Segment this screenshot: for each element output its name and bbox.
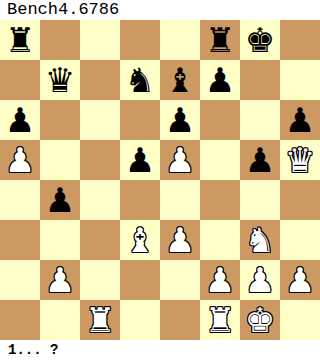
square-d3[interactable]: ♝ xyxy=(120,220,160,260)
square-h6[interactable]: ♟ xyxy=(280,100,320,140)
square-c7[interactable] xyxy=(80,60,120,100)
square-e3[interactable]: ♟ xyxy=(160,220,200,260)
square-b5[interactable] xyxy=(40,140,80,180)
square-f5[interactable] xyxy=(200,140,240,180)
square-a1[interactable] xyxy=(0,300,40,340)
square-d8[interactable] xyxy=(120,20,160,60)
square-h3[interactable] xyxy=(280,220,320,260)
square-a5[interactable]: ♟ xyxy=(0,140,40,180)
square-c1[interactable]: ♜ xyxy=(80,300,120,340)
square-f7[interactable]: ♟ xyxy=(200,60,240,100)
square-c5[interactable] xyxy=(80,140,120,180)
square-e5[interactable]: ♟ xyxy=(160,140,200,180)
square-h7[interactable] xyxy=(280,60,320,100)
square-f8[interactable]: ♜ xyxy=(200,20,240,60)
square-h2[interactable]: ♟ xyxy=(280,260,320,300)
square-c3[interactable] xyxy=(80,220,120,260)
square-b7[interactable]: ♛ xyxy=(40,60,80,100)
chess-board: ♜♜♚♛♞♝♟♟♟♟♟♟♟♟♛♟♝♟♞♟♟♟♟♜♜♚ xyxy=(0,20,320,340)
white-pawn[interactable]: ♟ xyxy=(165,220,195,260)
square-f1[interactable]: ♜ xyxy=(200,300,240,340)
white-bishop[interactable]: ♝ xyxy=(125,220,155,260)
black-pawn[interactable]: ♟ xyxy=(285,100,315,140)
square-g6[interactable] xyxy=(240,100,280,140)
square-g4[interactable] xyxy=(240,180,280,220)
square-h5[interactable]: ♛ xyxy=(280,140,320,180)
square-b2[interactable]: ♟ xyxy=(40,260,80,300)
square-b6[interactable] xyxy=(40,100,80,140)
square-d4[interactable] xyxy=(120,180,160,220)
square-b4[interactable]: ♟ xyxy=(40,180,80,220)
black-pawn[interactable]: ♟ xyxy=(45,180,75,220)
square-a7[interactable] xyxy=(0,60,40,100)
black-pawn[interactable]: ♟ xyxy=(125,140,155,180)
square-a2[interactable] xyxy=(0,260,40,300)
square-g3[interactable]: ♞ xyxy=(240,220,280,260)
white-knight[interactable]: ♞ xyxy=(245,220,275,260)
square-h4[interactable] xyxy=(280,180,320,220)
square-g8[interactable]: ♚ xyxy=(240,20,280,60)
square-c6[interactable] xyxy=(80,100,120,140)
square-g7[interactable] xyxy=(240,60,280,100)
white-pawn[interactable]: ♟ xyxy=(285,260,315,300)
square-f4[interactable] xyxy=(200,180,240,220)
square-d7[interactable]: ♞ xyxy=(120,60,160,100)
square-d2[interactable] xyxy=(120,260,160,300)
square-b1[interactable] xyxy=(40,300,80,340)
square-c2[interactable] xyxy=(80,260,120,300)
black-king[interactable]: ♚ xyxy=(245,20,275,60)
black-pawn[interactable]: ♟ xyxy=(5,100,35,140)
square-d1[interactable] xyxy=(120,300,160,340)
square-b8[interactable] xyxy=(40,20,80,60)
square-b3[interactable] xyxy=(40,220,80,260)
square-e6[interactable]: ♟ xyxy=(160,100,200,140)
black-pawn[interactable]: ♟ xyxy=(165,100,195,140)
black-bishop[interactable]: ♝ xyxy=(165,60,195,100)
square-c8[interactable] xyxy=(80,20,120,60)
white-rook[interactable]: ♜ xyxy=(85,300,115,340)
square-a3[interactable] xyxy=(0,220,40,260)
white-pawn[interactable]: ♟ xyxy=(5,140,35,180)
square-g5[interactable]: ♟ xyxy=(240,140,280,180)
square-g2[interactable]: ♟ xyxy=(240,260,280,300)
square-a4[interactable] xyxy=(0,180,40,220)
black-pawn[interactable]: ♟ xyxy=(245,140,275,180)
square-f6[interactable] xyxy=(200,100,240,140)
white-pawn[interactable]: ♟ xyxy=(205,260,235,300)
black-rook[interactable]: ♜ xyxy=(5,20,35,60)
white-pawn[interactable]: ♟ xyxy=(245,260,275,300)
black-pawn[interactable]: ♟ xyxy=(205,60,235,100)
square-d6[interactable] xyxy=(120,100,160,140)
square-d5[interactable]: ♟ xyxy=(120,140,160,180)
black-knight[interactable]: ♞ xyxy=(125,60,155,100)
white-rook[interactable]: ♜ xyxy=(205,300,235,340)
black-queen[interactable]: ♛ xyxy=(45,60,75,100)
white-pawn[interactable]: ♟ xyxy=(45,260,75,300)
white-king[interactable]: ♚ xyxy=(245,300,275,340)
square-e8[interactable] xyxy=(160,20,200,60)
square-h8[interactable] xyxy=(280,20,320,60)
square-c4[interactable] xyxy=(80,180,120,220)
white-pawn[interactable]: ♟ xyxy=(165,140,195,180)
square-a8[interactable]: ♜ xyxy=(0,20,40,60)
square-f2[interactable]: ♟ xyxy=(200,260,240,300)
move-prompt: 1... ? xyxy=(0,340,320,360)
square-a6[interactable]: ♟ xyxy=(0,100,40,140)
square-g1[interactable]: ♚ xyxy=(240,300,280,340)
square-e4[interactable] xyxy=(160,180,200,220)
square-h1[interactable] xyxy=(280,300,320,340)
white-queen[interactable]: ♛ xyxy=(285,140,315,180)
black-rook[interactable]: ♜ xyxy=(205,20,235,60)
square-e1[interactable] xyxy=(160,300,200,340)
window-title: Bench4.6786 xyxy=(0,0,320,20)
square-f3[interactable] xyxy=(200,220,240,260)
square-e2[interactable] xyxy=(160,260,200,300)
square-e7[interactable]: ♝ xyxy=(160,60,200,100)
